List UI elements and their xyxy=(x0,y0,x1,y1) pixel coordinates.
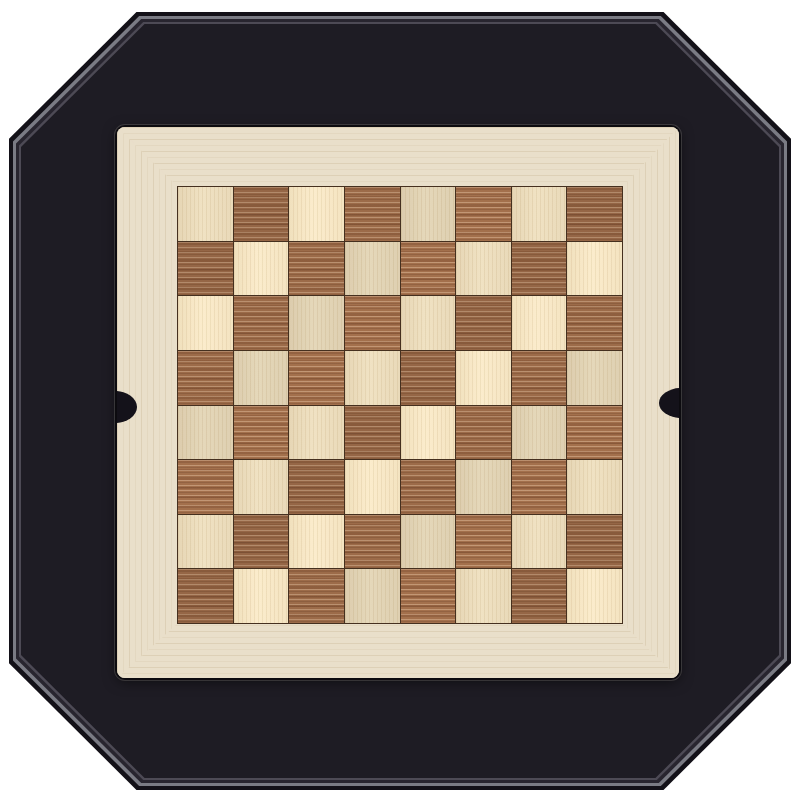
square-e6 xyxy=(401,296,456,350)
square-h7 xyxy=(567,242,622,296)
square-d1 xyxy=(345,569,400,623)
square-c4 xyxy=(289,406,344,460)
square-a4 xyxy=(178,406,233,460)
square-e3 xyxy=(401,460,456,514)
square-e4 xyxy=(401,406,456,460)
square-e5 xyxy=(401,351,456,405)
square-b4 xyxy=(234,406,289,460)
square-g1 xyxy=(512,569,567,623)
square-a5 xyxy=(178,351,233,405)
square-d6 xyxy=(345,296,400,350)
square-f5 xyxy=(456,351,511,405)
square-f7 xyxy=(456,242,511,296)
square-a8 xyxy=(178,187,233,241)
square-f3 xyxy=(456,460,511,514)
square-g5 xyxy=(512,351,567,405)
square-e7 xyxy=(401,242,456,296)
square-h2 xyxy=(567,515,622,569)
square-e8 xyxy=(401,187,456,241)
square-c8 xyxy=(289,187,344,241)
square-b3 xyxy=(234,460,289,514)
square-e2 xyxy=(401,515,456,569)
square-h6 xyxy=(567,296,622,350)
square-c2 xyxy=(289,515,344,569)
square-d4 xyxy=(345,406,400,460)
square-f2 xyxy=(456,515,511,569)
square-g6 xyxy=(512,296,567,350)
square-b1 xyxy=(234,569,289,623)
square-d8 xyxy=(345,187,400,241)
square-f8 xyxy=(456,187,511,241)
square-g7 xyxy=(512,242,567,296)
square-h3 xyxy=(567,460,622,514)
square-h8 xyxy=(567,187,622,241)
square-a7 xyxy=(178,242,233,296)
square-f6 xyxy=(456,296,511,350)
square-b7 xyxy=(234,242,289,296)
square-h5 xyxy=(567,351,622,405)
square-c1 xyxy=(289,569,344,623)
square-g4 xyxy=(512,406,567,460)
square-f4 xyxy=(456,406,511,460)
square-a2 xyxy=(178,515,233,569)
square-g2 xyxy=(512,515,567,569)
square-c7 xyxy=(289,242,344,296)
square-d7 xyxy=(345,242,400,296)
product-photo xyxy=(0,0,800,800)
square-c6 xyxy=(289,296,344,350)
square-d5 xyxy=(345,351,400,405)
square-d2 xyxy=(345,515,400,569)
square-a6 xyxy=(178,296,233,350)
square-g8 xyxy=(512,187,567,241)
square-b6 xyxy=(234,296,289,350)
square-a1 xyxy=(178,569,233,623)
square-b2 xyxy=(234,515,289,569)
square-f1 xyxy=(456,569,511,623)
square-h1 xyxy=(567,569,622,623)
square-b8 xyxy=(234,187,289,241)
square-a3 xyxy=(178,460,233,514)
square-g3 xyxy=(512,460,567,514)
square-d3 xyxy=(345,460,400,514)
square-e1 xyxy=(401,569,456,623)
board-grid xyxy=(177,186,623,624)
square-b5 xyxy=(234,351,289,405)
square-c5 xyxy=(289,351,344,405)
square-h4 xyxy=(567,406,622,460)
square-c3 xyxy=(289,460,344,514)
chess-board xyxy=(117,127,679,678)
